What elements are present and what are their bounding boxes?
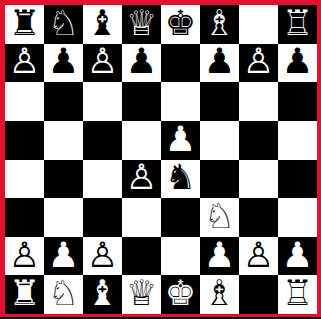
piece-black-pawn[interactable]: ♟ xyxy=(126,44,157,79)
piece-white-pawn[interactable]: ♙ xyxy=(9,238,40,273)
chess-board: ♜♘♝♕♚♗♖♙♟♙♟♟♙♟♟♙♞♘♙♟♙♟♙♟♜♘♝♕♚♗♖ xyxy=(5,5,317,314)
square-g2[interactable]: ♙ xyxy=(239,237,278,276)
piece-black-pawn[interactable]: ♙ xyxy=(126,160,157,195)
square-h8[interactable]: ♖ xyxy=(278,5,317,44)
piece-white-rook[interactable]: ♜ xyxy=(9,276,40,311)
square-a1[interactable]: ♜ xyxy=(5,275,44,314)
square-e7[interactable] xyxy=(161,44,200,83)
piece-black-pawn[interactable]: ♙ xyxy=(9,44,40,79)
square-d1[interactable]: ♕ xyxy=(122,275,161,314)
square-g6[interactable] xyxy=(239,82,278,121)
piece-black-pawn[interactable]: ♟ xyxy=(282,44,313,79)
piece-black-bishop[interactable]: ♝ xyxy=(87,6,118,41)
square-f7[interactable]: ♟ xyxy=(200,44,239,83)
square-f6[interactable] xyxy=(200,82,239,121)
square-g8[interactable] xyxy=(239,5,278,44)
piece-black-pawn[interactable]: ♙ xyxy=(243,44,274,79)
square-e4[interactable]: ♞ xyxy=(161,160,200,199)
square-h6[interactable] xyxy=(278,82,317,121)
square-g7[interactable]: ♙ xyxy=(239,44,278,83)
square-c1[interactable]: ♝ xyxy=(83,275,122,314)
square-e8[interactable]: ♚ xyxy=(161,5,200,44)
piece-black-pawn[interactable]: ♙ xyxy=(87,44,118,79)
square-d8[interactable]: ♕ xyxy=(122,5,161,44)
square-d4[interactable]: ♙ xyxy=(122,160,161,199)
square-e6[interactable] xyxy=(161,82,200,121)
square-g1[interactable] xyxy=(239,275,278,314)
square-h7[interactable]: ♟ xyxy=(278,44,317,83)
square-f3[interactable]: ♘ xyxy=(200,198,239,237)
square-h5[interactable] xyxy=(278,121,317,160)
square-f4[interactable] xyxy=(200,160,239,199)
square-a2[interactable]: ♙ xyxy=(5,237,44,276)
square-c5[interactable] xyxy=(83,121,122,160)
piece-black-pawn[interactable]: ♟ xyxy=(48,44,79,79)
square-c3[interactable] xyxy=(83,198,122,237)
square-b7[interactable]: ♟ xyxy=(44,44,83,83)
square-a6[interactable] xyxy=(5,82,44,121)
square-b8[interactable]: ♘ xyxy=(44,5,83,44)
square-g4[interactable] xyxy=(239,160,278,199)
piece-white-bishop[interactable]: ♝ xyxy=(87,276,118,311)
piece-white-pawn[interactable]: ♟ xyxy=(48,238,79,273)
piece-white-rook[interactable]: ♖ xyxy=(282,276,313,311)
piece-black-rook[interactable]: ♜ xyxy=(9,6,40,41)
square-c2[interactable]: ♙ xyxy=(83,237,122,276)
piece-black-knight[interactable]: ♞ xyxy=(165,160,196,195)
board-frame: ♜♘♝♕♚♗♖♙♟♙♟♟♙♟♟♙♞♘♙♟♙♟♙♟♜♘♝♕♚♗♖ xyxy=(0,0,321,319)
square-c7[interactable]: ♙ xyxy=(83,44,122,83)
square-f1[interactable]: ♗ xyxy=(200,275,239,314)
square-e3[interactable] xyxy=(161,198,200,237)
piece-white-pawn[interactable]: ♟ xyxy=(282,238,313,273)
piece-white-queen[interactable]: ♕ xyxy=(126,276,157,311)
square-f5[interactable] xyxy=(200,121,239,160)
square-a5[interactable] xyxy=(5,121,44,160)
piece-white-king[interactable]: ♚ xyxy=(165,276,196,311)
square-b1[interactable]: ♘ xyxy=(44,275,83,314)
square-b4[interactable] xyxy=(44,160,83,199)
square-e1[interactable]: ♚ xyxy=(161,275,200,314)
piece-white-knight[interactable]: ♘ xyxy=(48,276,79,311)
piece-white-bishop[interactable]: ♗ xyxy=(204,276,235,311)
square-a3[interactable] xyxy=(5,198,44,237)
piece-white-pawn[interactable]: ♙ xyxy=(87,238,118,273)
square-e2[interactable] xyxy=(161,237,200,276)
square-b6[interactable] xyxy=(44,82,83,121)
square-a7[interactable]: ♙ xyxy=(5,44,44,83)
piece-white-pawn[interactable]: ♙ xyxy=(243,238,274,273)
piece-black-king[interactable]: ♚ xyxy=(165,6,196,41)
square-d3[interactable] xyxy=(122,198,161,237)
piece-black-pawn[interactable]: ♟ xyxy=(204,44,235,79)
square-h3[interactable] xyxy=(278,198,317,237)
square-e5[interactable]: ♟ xyxy=(161,121,200,160)
square-f8[interactable]: ♗ xyxy=(200,5,239,44)
piece-black-bishop[interactable]: ♗ xyxy=(204,6,235,41)
square-g5[interactable] xyxy=(239,121,278,160)
square-g3[interactable] xyxy=(239,198,278,237)
piece-white-knight[interactable]: ♘ xyxy=(204,199,235,234)
square-a4[interactable] xyxy=(5,160,44,199)
square-h4[interactable] xyxy=(278,160,317,199)
square-d6[interactable] xyxy=(122,82,161,121)
square-a8[interactable]: ♜ xyxy=(5,5,44,44)
piece-white-pawn[interactable]: ♟ xyxy=(204,238,235,273)
piece-white-pawn[interactable]: ♟ xyxy=(165,122,196,157)
square-c8[interactable]: ♝ xyxy=(83,5,122,44)
piece-black-queen[interactable]: ♕ xyxy=(126,6,157,41)
square-b5[interactable] xyxy=(44,121,83,160)
square-c6[interactable] xyxy=(83,82,122,121)
square-b3[interactable] xyxy=(44,198,83,237)
square-c4[interactable] xyxy=(83,160,122,199)
piece-black-rook[interactable]: ♖ xyxy=(282,6,313,41)
square-d2[interactable] xyxy=(122,237,161,276)
square-b2[interactable]: ♟ xyxy=(44,237,83,276)
square-h2[interactable]: ♟ xyxy=(278,237,317,276)
square-f2[interactable]: ♟ xyxy=(200,237,239,276)
square-d5[interactable] xyxy=(122,121,161,160)
piece-black-knight[interactable]: ♘ xyxy=(48,6,79,41)
square-d7[interactable]: ♟ xyxy=(122,44,161,83)
square-h1[interactable]: ♖ xyxy=(278,275,317,314)
